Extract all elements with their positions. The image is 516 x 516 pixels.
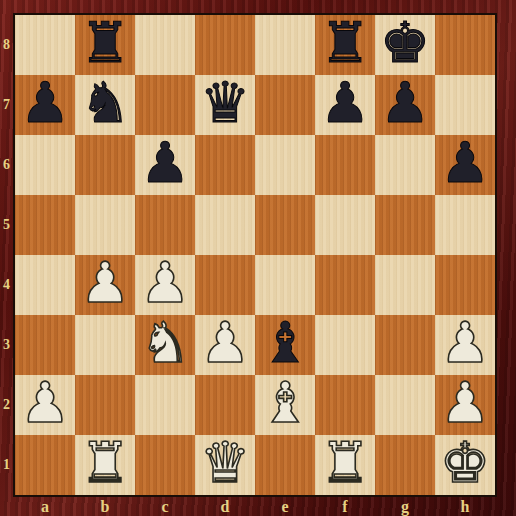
piece-black-queen: ♛ <box>200 75 250 133</box>
piece-white-pawn: ♟ <box>140 255 190 313</box>
square-d4[interactable] <box>195 255 255 315</box>
rank-label-2: 2 <box>0 397 13 413</box>
rank-label-1: 1 <box>0 457 13 473</box>
file-label-d: d <box>195 497 255 516</box>
square-h2[interactable]: ♟ <box>435 375 495 435</box>
square-g4[interactable] <box>375 255 435 315</box>
square-g3[interactable] <box>375 315 435 375</box>
square-a6[interactable] <box>15 135 75 195</box>
square-c7[interactable] <box>135 75 195 135</box>
square-f1[interactable]: ♜ <box>315 435 375 495</box>
piece-white-pawn: ♟ <box>440 375 490 433</box>
square-h1[interactable]: ♚ <box>435 435 495 495</box>
square-a2[interactable]: ♟ <box>15 375 75 435</box>
square-h5[interactable] <box>435 195 495 255</box>
file-label-a: a <box>15 497 75 516</box>
square-d2[interactable] <box>195 375 255 435</box>
piece-black-pawn: ♟ <box>320 75 370 133</box>
square-e6[interactable] <box>255 135 315 195</box>
piece-black-pawn: ♟ <box>380 75 430 133</box>
piece-white-pawn: ♟ <box>200 315 250 373</box>
file-label-f: f <box>315 497 375 516</box>
square-g1[interactable] <box>375 435 435 495</box>
chess-board: ♜♜♚♟♞♛♟♟♟♟♟♟♞♟♝♟♟♝♟♜♛♜♚ <box>13 13 497 497</box>
piece-white-pawn: ♟ <box>20 375 70 433</box>
piece-white-queen: ♛ <box>200 435 250 493</box>
piece-black-rook: ♜ <box>320 15 370 73</box>
piece-black-rook: ♜ <box>80 15 130 73</box>
piece-white-bishop: ♝ <box>260 375 310 433</box>
square-d3[interactable]: ♟ <box>195 315 255 375</box>
file-label-b: b <box>75 497 135 516</box>
rank-label-7: 7 <box>0 97 13 113</box>
square-a8[interactable] <box>15 15 75 75</box>
square-h6[interactable]: ♟ <box>435 135 495 195</box>
square-h8[interactable] <box>435 15 495 75</box>
piece-white-king: ♚ <box>440 435 490 493</box>
rank-label-6: 6 <box>0 157 13 173</box>
square-b3[interactable] <box>75 315 135 375</box>
piece-black-pawn: ♟ <box>140 135 190 193</box>
piece-white-pawn: ♟ <box>440 315 490 373</box>
square-e1[interactable] <box>255 435 315 495</box>
square-d5[interactable] <box>195 195 255 255</box>
file-label-h: h <box>435 497 495 516</box>
rank-label-3: 3 <box>0 337 13 353</box>
square-f4[interactable] <box>315 255 375 315</box>
square-a5[interactable] <box>15 195 75 255</box>
square-c1[interactable] <box>135 435 195 495</box>
rank-label-8: 8 <box>0 37 13 53</box>
square-e5[interactable] <box>255 195 315 255</box>
square-d8[interactable] <box>195 15 255 75</box>
square-c6[interactable]: ♟ <box>135 135 195 195</box>
square-f2[interactable] <box>315 375 375 435</box>
square-d1[interactable]: ♛ <box>195 435 255 495</box>
file-label-c: c <box>135 497 195 516</box>
square-h4[interactable] <box>435 255 495 315</box>
square-c3[interactable]: ♞ <box>135 315 195 375</box>
square-e7[interactable] <box>255 75 315 135</box>
square-f8[interactable]: ♜ <box>315 15 375 75</box>
square-b2[interactable] <box>75 375 135 435</box>
piece-black-knight: ♞ <box>80 75 130 133</box>
square-b8[interactable]: ♜ <box>75 15 135 75</box>
piece-white-knight: ♞ <box>140 315 190 373</box>
piece-white-rook: ♜ <box>320 435 370 493</box>
square-f6[interactable] <box>315 135 375 195</box>
piece-black-pawn: ♟ <box>440 135 490 193</box>
square-c2[interactable] <box>135 375 195 435</box>
square-g5[interactable] <box>375 195 435 255</box>
file-label-e: e <box>255 497 315 516</box>
file-label-g: g <box>375 497 435 516</box>
square-h7[interactable] <box>435 75 495 135</box>
piece-white-pawn: ♟ <box>80 255 130 313</box>
piece-white-rook: ♜ <box>80 435 130 493</box>
square-g8[interactable]: ♚ <box>375 15 435 75</box>
square-a1[interactable] <box>15 435 75 495</box>
square-b7[interactable]: ♞ <box>75 75 135 135</box>
square-e3[interactable]: ♝ <box>255 315 315 375</box>
square-g2[interactable] <box>375 375 435 435</box>
square-b4[interactable]: ♟ <box>75 255 135 315</box>
chess-board-frame: ♜♜♚♟♞♛♟♟♟♟♟♟♞♟♝♟♟♝♟♜♛♜♚ 87654321abcdefgh <box>0 0 516 516</box>
square-d7[interactable]: ♛ <box>195 75 255 135</box>
square-f3[interactable] <box>315 315 375 375</box>
square-e8[interactable] <box>255 15 315 75</box>
square-a3[interactable] <box>15 315 75 375</box>
piece-black-bishop: ♝ <box>260 315 310 373</box>
square-f7[interactable]: ♟ <box>315 75 375 135</box>
rank-label-4: 4 <box>0 277 13 293</box>
square-c8[interactable] <box>135 15 195 75</box>
rank-label-5: 5 <box>0 217 13 233</box>
square-d6[interactable] <box>195 135 255 195</box>
square-e4[interactable] <box>255 255 315 315</box>
square-g6[interactable] <box>375 135 435 195</box>
piece-black-king: ♚ <box>380 15 430 73</box>
square-e2[interactable]: ♝ <box>255 375 315 435</box>
square-a7[interactable]: ♟ <box>15 75 75 135</box>
square-b1[interactable]: ♜ <box>75 435 135 495</box>
piece-black-pawn: ♟ <box>20 75 70 133</box>
square-f5[interactable] <box>315 195 375 255</box>
square-c4[interactable]: ♟ <box>135 255 195 315</box>
square-b6[interactable] <box>75 135 135 195</box>
square-b5[interactable] <box>75 195 135 255</box>
square-a4[interactable] <box>15 255 75 315</box>
square-c5[interactable] <box>135 195 195 255</box>
square-h3[interactable]: ♟ <box>435 315 495 375</box>
square-g7[interactable]: ♟ <box>375 75 435 135</box>
